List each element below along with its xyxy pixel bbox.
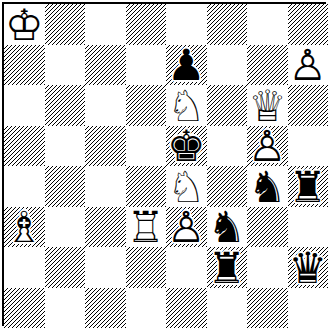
square-a1[interactable] [4, 288, 45, 329]
piece-glyph: ♜ [207, 247, 246, 290]
square-f1[interactable] [207, 288, 248, 329]
square-g4[interactable]: ♞♞ [247, 166, 288, 207]
piece-black-queen: ♛♛ [288, 247, 327, 290]
square-f5[interactable] [207, 126, 248, 167]
square-g1[interactable] [247, 288, 288, 329]
square-a5[interactable] [4, 126, 45, 167]
square-d7[interactable] [126, 45, 167, 86]
square-h6[interactable] [288, 85, 329, 126]
square-c1[interactable] [85, 288, 126, 329]
piece-white-king: ♚♔ [5, 4, 44, 47]
square-f3[interactable]: ♞♞ [207, 207, 248, 248]
square-h7[interactable]: ♟♙ [288, 45, 329, 86]
square-g7[interactable] [247, 45, 288, 86]
square-c7[interactable] [85, 45, 126, 86]
square-g6[interactable]: ♛♕ [247, 85, 288, 126]
square-f6[interactable] [207, 85, 248, 126]
square-d8[interactable] [126, 4, 167, 45]
square-h5[interactable] [288, 126, 329, 167]
square-g2[interactable] [247, 247, 288, 288]
square-b7[interactable] [45, 45, 86, 86]
square-c2[interactable] [85, 247, 126, 288]
piece-black-rook: ♜♜ [207, 247, 246, 290]
square-c5[interactable] [85, 126, 126, 167]
piece-black-rook: ♜♜ [288, 166, 327, 209]
square-a3[interactable]: ♝♗ [4, 207, 45, 248]
square-e8[interactable] [166, 4, 207, 45]
square-b5[interactable] [45, 126, 86, 167]
piece-white-pawn: ♟♙ [167, 206, 206, 249]
square-g5[interactable]: ♟♙ [247, 126, 288, 167]
square-a4[interactable] [4, 166, 45, 207]
piece-glyph: ♙ [167, 206, 206, 249]
square-e6[interactable]: ♞♘ [166, 85, 207, 126]
square-h3[interactable] [288, 207, 329, 248]
square-h1[interactable] [288, 288, 329, 329]
square-d2[interactable] [126, 247, 167, 288]
square-f4[interactable] [207, 166, 248, 207]
square-e2[interactable] [166, 247, 207, 288]
piece-glyph: ♜ [288, 166, 327, 209]
piece-glyph: ♖ [126, 206, 165, 249]
square-e3[interactable]: ♟♙ [166, 207, 207, 248]
square-e7[interactable]: ♟♟ [166, 45, 207, 86]
square-e5[interactable]: ♚♚ [166, 126, 207, 167]
piece-glyph: ♔ [5, 4, 44, 47]
piece-black-knight: ♞♞ [248, 166, 287, 209]
board: ♚♔♟♟♟♙♞♘♛♕♚♚♟♙♞♘♞♞♜♜♝♗♜♖♟♙♞♞♜♜♛♛ [4, 4, 328, 328]
square-d1[interactable] [126, 288, 167, 329]
square-h8[interactable] [288, 4, 329, 45]
piece-white-bishop: ♝♗ [5, 206, 44, 249]
square-a8[interactable]: ♚♔ [4, 4, 45, 45]
square-b6[interactable] [45, 85, 86, 126]
square-a7[interactable] [4, 45, 45, 86]
piece-white-pawn: ♟♙ [288, 44, 327, 87]
square-f2[interactable]: ♜♜ [207, 247, 248, 288]
square-e4[interactable]: ♞♘ [166, 166, 207, 207]
square-c4[interactable] [85, 166, 126, 207]
piece-glyph: ♛ [288, 247, 327, 290]
square-d3[interactable]: ♜♖ [126, 207, 167, 248]
chess-diagram: ♚♔♟♟♟♙♞♘♛♕♚♚♟♙♞♘♞♞♜♜♝♗♜♖♟♙♞♞♜♜♛♛ [0, 0, 332, 332]
square-f8[interactable] [207, 4, 248, 45]
square-c6[interactable] [85, 85, 126, 126]
square-f7[interactable] [207, 45, 248, 86]
square-b3[interactable] [45, 207, 86, 248]
piece-white-rook: ♜♖ [126, 206, 165, 249]
square-h2[interactable]: ♛♛ [288, 247, 329, 288]
square-a6[interactable] [4, 85, 45, 126]
square-g8[interactable] [247, 4, 288, 45]
piece-glyph: ♙ [288, 44, 327, 87]
square-d5[interactable] [126, 126, 167, 167]
square-g3[interactable] [247, 207, 288, 248]
piece-glyph: ♞ [248, 166, 287, 209]
square-c8[interactable] [85, 4, 126, 45]
square-b2[interactable] [45, 247, 86, 288]
square-b1[interactable] [45, 288, 86, 329]
square-d6[interactable] [126, 85, 167, 126]
square-c3[interactable] [85, 207, 126, 248]
piece-glyph: ♗ [5, 206, 44, 249]
square-h4[interactable]: ♜♜ [288, 166, 329, 207]
square-e1[interactable] [166, 288, 207, 329]
square-b8[interactable] [45, 4, 86, 45]
square-b4[interactable] [45, 166, 86, 207]
square-a2[interactable] [4, 247, 45, 288]
square-d4[interactable] [126, 166, 167, 207]
